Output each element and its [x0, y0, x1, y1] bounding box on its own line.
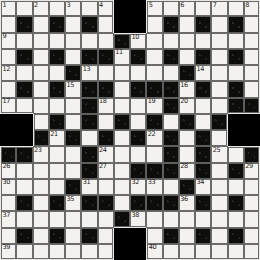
blocked-cell-r2c15 — [228, 16, 244, 32]
answer-cell-r16c10[interactable]: 40 — [146, 244, 162, 260]
clue-number: 17 — [3, 98, 10, 105]
answer-cell-r8c11[interactable] — [163, 114, 179, 130]
answer-cell-r16c1[interactable]: 39 — [0, 244, 16, 260]
blocked-cell-r12c12 — [179, 179, 195, 195]
answer-cell-r4c12[interactable] — [179, 49, 195, 65]
answer-cell-r2c10[interactable] — [146, 16, 162, 32]
notch-cell — [244, 130, 260, 146]
answer-cell-r10c4[interactable] — [49, 146, 65, 162]
answer-cell-r8c13[interactable] — [195, 114, 211, 130]
answer-cell-r16c14[interactable] — [211, 244, 227, 260]
notch-cell — [0, 130, 16, 146]
answer-cell-r12c8[interactable] — [114, 179, 130, 195]
answer-cell-r4c10[interactable] — [146, 49, 162, 65]
clue-number: 5 — [149, 2, 153, 9]
answer-cell-r3c4[interactable] — [49, 33, 65, 49]
answer-cell-r13c16[interactable] — [244, 195, 260, 211]
answer-cell-r14c16[interactable] — [244, 211, 260, 227]
answer-cell-r14c7[interactable] — [98, 211, 114, 227]
answer-cell-r1c14[interactable]: 7 — [211, 0, 227, 16]
answer-cell-r15c10[interactable] — [146, 228, 162, 244]
notch-cell — [114, 16, 130, 32]
answer-cell-r12c14[interactable] — [211, 179, 227, 195]
blocked-cell-r15c4 — [49, 228, 65, 244]
blocked-cell-r11c9 — [130, 163, 146, 179]
answer-cell-r12c3[interactable] — [33, 179, 49, 195]
answer-cell-r9c14[interactable] — [211, 130, 227, 146]
answer-cell-r2c1[interactable] — [0, 16, 16, 32]
answer-cell-r15c14[interactable] — [211, 228, 227, 244]
answer-cell-r12c6[interactable]: 31 — [81, 179, 97, 195]
blocked-cell-r2c11 — [163, 16, 179, 32]
blocked-cell-r10c13 — [195, 146, 211, 162]
answer-cell-r14c12[interactable] — [179, 211, 195, 227]
answer-cell-r16c12[interactable] — [179, 244, 195, 260]
answer-cell-r5c7[interactable] — [98, 65, 114, 81]
answer-cell-r3c11[interactable] — [163, 33, 179, 49]
answer-cell-r16c7[interactable] — [98, 244, 114, 260]
blocked-cell-r4c13 — [195, 49, 211, 65]
answer-cell-r12c11[interactable] — [163, 179, 179, 195]
answer-cell-r7c13[interactable] — [195, 98, 211, 114]
answer-cell-r15c5[interactable] — [65, 228, 81, 244]
blocked-cell-r15c13 — [195, 228, 211, 244]
clue-number: 1 — [3, 2, 7, 9]
answer-cell-r16c2[interactable] — [16, 244, 32, 260]
answer-cell-r9c12[interactable] — [179, 130, 195, 146]
answer-cell-r14c2[interactable] — [16, 211, 32, 227]
blocked-cell-r9c5 — [65, 130, 81, 146]
clue-number: 26 — [3, 163, 10, 170]
answer-cell-r2c5[interactable] — [65, 16, 81, 32]
answer-cell-r4c1[interactable] — [0, 49, 16, 65]
blocked-cell-r13c7 — [98, 195, 114, 211]
notch-cell — [130, 228, 146, 244]
clue-number: 13 — [83, 66, 90, 73]
blocked-cell-r9c7 — [98, 130, 114, 146]
blocked-cell-r2c4 — [49, 16, 65, 32]
answer-cell-r8c5[interactable] — [65, 114, 81, 130]
answer-cell-r15c16[interactable] — [244, 228, 260, 244]
answer-cell-r6c16[interactable] — [244, 81, 260, 97]
clue-number: 25 — [213, 147, 220, 154]
blocked-cell-r11c15 — [228, 163, 244, 179]
clue-number: 15 — [67, 82, 74, 89]
answer-cell-r1c2[interactable] — [16, 0, 32, 16]
answer-cell-r11c4[interactable] — [49, 163, 65, 179]
answer-cell-r12c10[interactable]: 33 — [146, 179, 162, 195]
answer-cell-r5c4[interactable] — [49, 65, 65, 81]
answer-cell-r13c3[interactable] — [33, 195, 49, 211]
clue-number: 11 — [115, 49, 122, 56]
answer-cell-r11c3[interactable] — [33, 163, 49, 179]
answer-cell-r7c12[interactable]: 20 — [179, 98, 195, 114]
clue-number: 10 — [132, 34, 139, 41]
answer-cell-r6c3[interactable] — [33, 81, 49, 97]
answer-cell-r13c14[interactable] — [211, 195, 227, 211]
answer-cell-r10c15[interactable] — [228, 146, 244, 162]
answer-cell-r5c6[interactable]: 13 — [81, 65, 97, 81]
clue-number: 19 — [148, 98, 155, 105]
notch-cell — [16, 130, 32, 146]
clue-number: 24 — [99, 147, 106, 154]
answer-cell-r1c3[interactable]: 2 — [33, 0, 49, 16]
blocked-cell-r2c6 — [81, 16, 97, 32]
answer-cell-r1c1[interactable]: 1 — [0, 0, 16, 16]
clue-number: 39 — [3, 244, 10, 251]
answer-cell-r14c9[interactable]: 38 — [130, 211, 146, 227]
blocked-cell-r8c10 — [146, 114, 162, 130]
blocked-cell-r11c11 — [163, 163, 179, 179]
answer-cell-r5c16[interactable] — [244, 65, 260, 81]
answer-cell-r6c1[interactable] — [0, 81, 16, 97]
answer-cell-r15c7[interactable] — [98, 228, 114, 244]
blocked-cell-r6c2 — [16, 81, 32, 97]
blocked-cell-r8c6 — [81, 114, 97, 130]
blocked-cell-r4c2 — [16, 49, 32, 65]
answer-cell-r16c5[interactable] — [65, 244, 81, 260]
answer-cell-r12c4[interactable] — [49, 179, 65, 195]
answer-cell-r8c7[interactable] — [98, 114, 114, 130]
blocked-cell-r15c11 — [163, 228, 179, 244]
answer-cell-r5c14[interactable] — [211, 65, 227, 81]
blocked-cell-r10c16 — [244, 146, 260, 162]
blocked-cell-r6c4 — [49, 81, 65, 97]
blocked-cell-r4c7 — [98, 49, 114, 65]
blocked-cell-r13c13 — [195, 195, 211, 211]
notch-cell — [16, 114, 32, 130]
clue-number: 8 — [245, 2, 249, 9]
blocked-cell-r2c2 — [16, 16, 32, 32]
answer-cell-r16c6[interactable] — [81, 244, 97, 260]
blocked-cell-r3c8 — [114, 33, 130, 49]
clue-number: 35 — [67, 196, 74, 203]
answer-cell-r16c16[interactable] — [244, 244, 260, 260]
blocked-cell-r7c11 — [163, 98, 179, 114]
answer-cell-r1c13[interactable] — [195, 0, 211, 16]
answer-cell-r3c15[interactable] — [228, 33, 244, 49]
answer-cell-r5c1[interactable]: 12 — [0, 65, 16, 81]
blocked-cell-r4c4 — [49, 49, 65, 65]
answer-cell-r6c5[interactable]: 15 — [65, 81, 81, 97]
answer-cell-r9c8[interactable] — [114, 130, 130, 146]
clue-number: 12 — [3, 66, 10, 73]
blocked-cell-r11c6 — [81, 163, 97, 179]
answer-cell-r11c8[interactable] — [114, 163, 130, 179]
blocked-cell-r9c3 — [33, 130, 49, 146]
answer-cell-r12c1[interactable]: 30 — [0, 179, 16, 195]
answer-cell-r3c6[interactable] — [81, 33, 97, 49]
clue-number: 2 — [34, 2, 38, 9]
answer-cell-r8c9[interactable] — [130, 114, 146, 130]
clue-number: 38 — [132, 212, 139, 219]
answer-cell-r13c8[interactable] — [114, 195, 130, 211]
answer-cell-r7c4[interactable] — [49, 98, 65, 114]
answer-cell-r7c2[interactable] — [16, 98, 32, 114]
answer-cell-r2c3[interactable] — [33, 16, 49, 32]
clue-number: 23 — [34, 147, 41, 154]
notch-cell — [130, 16, 146, 32]
blocked-cell-r11c10 — [146, 163, 162, 179]
blocked-cell-r2c13 — [195, 16, 211, 32]
answer-cell-r14c14[interactable] — [211, 211, 227, 227]
answer-cell-r6c12[interactable]: 16 — [179, 81, 195, 97]
clue-number: 4 — [99, 2, 103, 9]
answer-cell-r4c14[interactable] — [211, 49, 227, 65]
answer-cell-r5c9[interactable] — [130, 65, 146, 81]
answer-cell-r9c10[interactable]: 22 — [146, 130, 162, 146]
answer-cell-r14c1[interactable]: 37 — [0, 211, 16, 227]
answer-cell-r10c8[interactable] — [114, 146, 130, 162]
answer-cell-r15c3[interactable] — [33, 228, 49, 244]
answer-cell-r3c12[interactable] — [179, 33, 195, 49]
blocked-cell-r8c8 — [114, 114, 130, 130]
answer-cell-r7c3[interactable] — [33, 98, 49, 114]
blocked-cell-r13c9 — [130, 195, 146, 211]
notch-cell — [130, 244, 146, 260]
clue-number: 36 — [180, 196, 187, 203]
answer-cell-r14c15[interactable] — [228, 211, 244, 227]
blocked-cell-r6c11 — [163, 81, 179, 97]
answer-cell-r3c16[interactable] — [244, 33, 260, 49]
answer-cell-r7c8[interactable] — [114, 98, 130, 114]
answer-cell-r3c3[interactable] — [33, 33, 49, 49]
answer-cell-r16c11[interactable] — [163, 244, 179, 260]
clue-number: 31 — [83, 179, 90, 186]
answer-cell-r16c3[interactable] — [33, 244, 49, 260]
answer-cell-r10c9[interactable] — [130, 146, 146, 162]
blocked-cell-r10c2 — [16, 146, 32, 162]
answer-cell-r2c12[interactable] — [179, 16, 195, 32]
answer-cell-r1c7[interactable]: 4 — [98, 0, 114, 16]
clue-number: 29 — [245, 163, 252, 170]
blocked-cell-r6c15 — [228, 81, 244, 97]
answer-cell-r11c12[interactable]: 28 — [179, 163, 195, 179]
answer-cell-r16c15[interactable] — [228, 244, 244, 260]
answer-cell-r7c1[interactable]: 17 — [0, 98, 16, 114]
answer-cell-r4c8[interactable]: 11 — [114, 49, 130, 65]
clue-number: 40 — [149, 244, 156, 251]
answer-cell-r7c7[interactable]: 18 — [98, 98, 114, 114]
answer-cell-r14c4[interactable] — [49, 211, 65, 227]
answer-cell-r4c16[interactable] — [244, 49, 260, 65]
answer-cell-r5c15[interactable] — [228, 65, 244, 81]
blocked-cell-r4c15 — [228, 49, 244, 65]
answer-cell-r12c16[interactable] — [244, 179, 260, 195]
answer-cell-r5c3[interactable] — [33, 65, 49, 81]
answer-cell-r10c7[interactable]: 24 — [98, 146, 114, 162]
answer-cell-r16c4[interactable] — [49, 244, 65, 260]
answer-cell-r14c10[interactable] — [146, 211, 162, 227]
clue-number: 18 — [99, 98, 106, 105]
notch-cell — [244, 114, 260, 130]
answer-cell-r7c5[interactable] — [65, 98, 81, 114]
blocked-cell-r9c13 — [195, 130, 211, 146]
answer-cell-r12c9[interactable]: 32 — [130, 179, 146, 195]
answer-cell-r2c14[interactable] — [211, 16, 227, 32]
answer-cell-r11c16[interactable]: 29 — [244, 163, 260, 179]
blocked-cell-r11c13 — [195, 163, 211, 179]
answer-cell-r11c5[interactable] — [65, 163, 81, 179]
answer-cell-r14c6[interactable] — [81, 211, 97, 227]
blocked-cell-r13c6 — [81, 195, 97, 211]
answer-cell-r11c14[interactable] — [211, 163, 227, 179]
blocked-cell-r7c6 — [81, 98, 97, 114]
answer-cell-r5c13[interactable]: 14 — [195, 65, 211, 81]
clue-number: 20 — [180, 98, 187, 105]
blocked-cell-r6c7 — [98, 81, 114, 97]
answer-cell-r7c10[interactable]: 19 — [146, 98, 162, 114]
answer-cell-r10c3[interactable]: 23 — [33, 146, 49, 162]
answer-cell-r1c10[interactable]: 5 — [146, 0, 162, 16]
answer-cell-r15c12[interactable] — [179, 228, 195, 244]
answer-cell-r3c2[interactable] — [16, 33, 32, 49]
crossword-screenshot: 1234567891011121314151617181920212223242… — [0, 0, 260, 260]
answer-cell-r4c3[interactable] — [33, 49, 49, 65]
answer-cell-r10c10[interactable] — [146, 146, 162, 162]
answer-cell-r3c1[interactable]: 9 — [0, 33, 16, 49]
clue-number: 33 — [148, 179, 155, 186]
answer-cell-r11c7[interactable]: 27 — [98, 163, 114, 179]
answer-cell-r5c10[interactable] — [146, 65, 162, 81]
answer-cell-r10c12[interactable] — [179, 146, 195, 162]
notch-cell — [114, 0, 130, 16]
blocked-cell-r6c9 — [130, 81, 146, 97]
blocked-cell-r13c10 — [146, 195, 162, 211]
notch-cell — [130, 0, 146, 16]
answer-cell-r6c14[interactable] — [211, 81, 227, 97]
answer-cell-r3c9[interactable]: 10 — [130, 33, 146, 49]
answer-cell-r8c3[interactable] — [33, 114, 49, 130]
answer-cell-r11c1[interactable]: 26 — [0, 163, 16, 179]
answer-cell-r12c2[interactable] — [16, 179, 32, 195]
answer-cell-r7c9[interactable] — [130, 98, 146, 114]
blocked-cell-r15c2 — [16, 228, 32, 244]
answer-cell-r14c5[interactable] — [65, 211, 81, 227]
answer-cell-r6c8[interactable] — [114, 81, 130, 97]
blocked-cell-r10c6 — [81, 146, 97, 162]
clue-number: 3 — [67, 2, 71, 9]
blocked-cell-r12c5 — [65, 179, 81, 195]
blocked-cell-r8c4 — [49, 114, 65, 130]
answer-cell-r12c7[interactable] — [98, 179, 114, 195]
answer-cell-r13c5[interactable]: 35 — [65, 195, 81, 211]
blocked-cell-r13c2 — [16, 195, 32, 211]
answer-cell-r3c5[interactable] — [65, 33, 81, 49]
clue-number: 27 — [99, 163, 106, 170]
blocked-cell-r9c9 — [130, 130, 146, 146]
blocked-cell-r10c11 — [163, 146, 179, 162]
answer-cell-r3c10[interactable] — [146, 33, 162, 49]
blocked-cell-r13c4 — [49, 195, 65, 211]
answer-cell-r2c7[interactable] — [98, 16, 114, 32]
answer-cell-r1c5[interactable]: 3 — [65, 0, 81, 16]
answer-cell-r1c15[interactable] — [228, 0, 244, 16]
answer-cell-r15c1[interactable] — [0, 228, 16, 244]
clue-number: 34 — [197, 179, 204, 186]
answer-cell-r1c4[interactable] — [49, 0, 65, 16]
answer-cell-r4c5[interactable] — [65, 49, 81, 65]
blocked-cell-r13c11 — [163, 195, 179, 211]
answer-cell-r9c4[interactable]: 21 — [49, 130, 65, 146]
blocked-cell-r15c6 — [81, 228, 97, 244]
clue-number: 6 — [180, 2, 184, 9]
blocked-cell-r10c1 — [0, 146, 16, 162]
answer-cell-r12c13[interactable]: 34 — [195, 179, 211, 195]
answer-cell-r14c11[interactable] — [163, 211, 179, 227]
blocked-cell-r8c14 — [211, 114, 227, 130]
blocked-cell-r4c6 — [81, 49, 97, 65]
blocked-cell-r6c13 — [195, 81, 211, 97]
answer-cell-r10c14[interactable]: 25 — [211, 146, 227, 162]
clue-number: 32 — [132, 179, 139, 186]
blocked-cell-r7c15 — [228, 98, 244, 114]
blocked-cell-r6c6 — [81, 81, 97, 97]
answer-cell-r14c13[interactable] — [195, 211, 211, 227]
answer-cell-r10c5[interactable] — [65, 146, 81, 162]
answer-cell-r9c6[interactable] — [81, 130, 97, 146]
answer-cell-r11c2[interactable] — [16, 163, 32, 179]
blocked-cell-r5c12 — [179, 65, 195, 81]
blocked-cell-r4c11 — [163, 49, 179, 65]
answer-cell-r5c8[interactable] — [114, 65, 130, 81]
notch-cell — [228, 130, 244, 146]
blocked-cell-r4c9 — [130, 49, 146, 65]
blocked-cell-r13c15 — [228, 195, 244, 211]
answer-cell-r5c2[interactable] — [16, 65, 32, 81]
answer-cell-r1c12[interactable]: 6 — [179, 0, 195, 16]
answer-cell-r14c3[interactable] — [33, 211, 49, 227]
notch-cell — [114, 228, 130, 244]
answer-cell-r13c1[interactable] — [0, 195, 16, 211]
answer-cell-r12c15[interactable] — [228, 179, 244, 195]
clue-number: 37 — [3, 212, 10, 219]
answer-cell-r1c6[interactable] — [81, 0, 97, 16]
blocked-cell-r9c11 — [163, 130, 179, 146]
answer-cell-r5c11[interactable] — [163, 65, 179, 81]
crossword-grid: 1234567891011121314151617181920212223242… — [0, 0, 260, 260]
blocked-cell-r7c16 — [244, 98, 260, 114]
clue-number: 22 — [148, 131, 155, 138]
blocked-cell-r6c10 — [146, 81, 162, 97]
answer-cell-r3c14[interactable] — [211, 33, 227, 49]
answer-cell-r2c16[interactable] — [244, 16, 260, 32]
answer-cell-r16c13[interactable] — [195, 244, 211, 260]
blocked-cell-r15c15 — [228, 228, 244, 244]
clue-number: 30 — [3, 179, 10, 186]
clue-number: 7 — [213, 2, 217, 9]
clue-number: 28 — [180, 163, 187, 170]
answer-cell-r3c13[interactable] — [195, 33, 211, 49]
answer-cell-r1c11[interactable] — [163, 0, 179, 16]
blocked-cell-r5c5 — [65, 65, 81, 81]
clue-number: 14 — [197, 66, 204, 73]
blocked-cell-r8c12 — [179, 114, 195, 130]
answer-cell-r3c7[interactable] — [98, 33, 114, 49]
notch-cell — [0, 114, 16, 130]
clue-number: 21 — [50, 131, 57, 138]
notch-cell — [114, 244, 130, 260]
answer-cell-r7c14[interactable] — [211, 98, 227, 114]
notch-cell — [228, 114, 244, 130]
blocked-cell-r14c8 — [114, 211, 130, 227]
clue-number: 16 — [180, 82, 187, 89]
answer-cell-r1c16[interactable]: 8 — [244, 0, 260, 16]
answer-cell-r13c12[interactable]: 36 — [179, 195, 195, 211]
clue-number: 9 — [3, 33, 7, 40]
